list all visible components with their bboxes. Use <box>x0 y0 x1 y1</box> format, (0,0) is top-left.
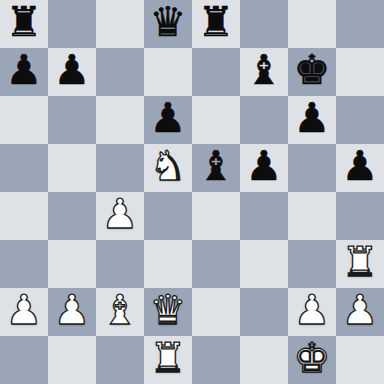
square-c5[interactable] <box>96 144 144 192</box>
square-c8[interactable] <box>96 0 144 48</box>
square-e1[interactable] <box>192 336 240 384</box>
piece-white-pawn[interactable]: ♟ <box>288 286 336 334</box>
piece-black-pawn[interactable]: ♟ <box>144 94 192 142</box>
square-e6[interactable] <box>192 96 240 144</box>
square-c7[interactable] <box>96 48 144 96</box>
square-b4[interactable] <box>48 192 96 240</box>
piece-white-rook[interactable]: ♜ <box>144 334 192 382</box>
square-a2[interactable]: ♟ <box>0 288 48 336</box>
square-b1[interactable] <box>48 336 96 384</box>
piece-black-rook[interactable]: ♜ <box>192 0 240 46</box>
square-c1[interactable] <box>96 336 144 384</box>
piece-white-pawn[interactable]: ♟ <box>48 286 96 334</box>
piece-white-pawn[interactable]: ♟ <box>336 286 384 334</box>
square-h3[interactable]: ♜ <box>336 240 384 288</box>
square-a8[interactable]: ♜ <box>0 0 48 48</box>
square-g7[interactable]: ♚ <box>288 48 336 96</box>
piece-white-bishop[interactable]: ♝ <box>96 286 144 334</box>
square-e5[interactable]: ♝ <box>192 144 240 192</box>
square-e3[interactable] <box>192 240 240 288</box>
square-f7[interactable]: ♝ <box>240 48 288 96</box>
square-d4[interactable] <box>144 192 192 240</box>
square-h5[interactable]: ♟ <box>336 144 384 192</box>
piece-white-king[interactable]: ♚ <box>288 334 336 382</box>
square-g2[interactable]: ♟ <box>288 288 336 336</box>
piece-black-king[interactable]: ♚ <box>288 46 336 94</box>
square-e8[interactable]: ♜ <box>192 0 240 48</box>
square-d1[interactable]: ♜ <box>144 336 192 384</box>
square-b8[interactable] <box>48 0 96 48</box>
square-b3[interactable] <box>48 240 96 288</box>
square-g4[interactable] <box>288 192 336 240</box>
piece-black-pawn[interactable]: ♟ <box>0 46 48 94</box>
square-a4[interactable] <box>0 192 48 240</box>
square-b6[interactable] <box>48 96 96 144</box>
square-c4[interactable]: ♟ <box>96 192 144 240</box>
square-d3[interactable] <box>144 240 192 288</box>
piece-white-knight[interactable]: ♞ <box>144 142 192 190</box>
piece-black-queen[interactable]: ♛ <box>144 0 192 46</box>
square-f6[interactable] <box>240 96 288 144</box>
square-a6[interactable] <box>0 96 48 144</box>
square-e4[interactable] <box>192 192 240 240</box>
piece-white-pawn[interactable]: ♟ <box>0 286 48 334</box>
square-e7[interactable] <box>192 48 240 96</box>
chess-board-container: ♜♛♜♟♟♝♚♟♟♞♝♟♟♟♜♟♟♝♛♟♟♜♚ <box>0 0 384 384</box>
square-h7[interactable] <box>336 48 384 96</box>
square-h1[interactable] <box>336 336 384 384</box>
square-f8[interactable] <box>240 0 288 48</box>
square-a7[interactable]: ♟ <box>0 48 48 96</box>
square-a3[interactable] <box>0 240 48 288</box>
chess-board: ♜♛♜♟♟♝♚♟♟♞♝♟♟♟♜♟♟♝♛♟♟♜♚ <box>0 0 384 384</box>
square-f5[interactable]: ♟ <box>240 144 288 192</box>
square-b5[interactable] <box>48 144 96 192</box>
square-d6[interactable]: ♟ <box>144 96 192 144</box>
square-b2[interactable]: ♟ <box>48 288 96 336</box>
square-c3[interactable] <box>96 240 144 288</box>
square-g3[interactable] <box>288 240 336 288</box>
piece-white-pawn[interactable]: ♟ <box>96 190 144 238</box>
square-g6[interactable]: ♟ <box>288 96 336 144</box>
square-f2[interactable] <box>240 288 288 336</box>
square-b7[interactable]: ♟ <box>48 48 96 96</box>
square-f1[interactable] <box>240 336 288 384</box>
square-h6[interactable] <box>336 96 384 144</box>
piece-black-pawn[interactable]: ♟ <box>240 142 288 190</box>
piece-black-rook[interactable]: ♜ <box>0 0 48 46</box>
square-g5[interactable] <box>288 144 336 192</box>
square-f3[interactable] <box>240 240 288 288</box>
square-a1[interactable] <box>0 336 48 384</box>
piece-black-bishop[interactable]: ♝ <box>192 142 240 190</box>
square-a5[interactable] <box>0 144 48 192</box>
square-c2[interactable]: ♝ <box>96 288 144 336</box>
piece-white-queen[interactable]: ♛ <box>144 286 192 334</box>
square-h2[interactable]: ♟ <box>336 288 384 336</box>
square-g1[interactable]: ♚ <box>288 336 336 384</box>
square-h8[interactable] <box>336 0 384 48</box>
square-d8[interactable]: ♛ <box>144 0 192 48</box>
piece-black-bishop[interactable]: ♝ <box>240 46 288 94</box>
square-e2[interactable] <box>192 288 240 336</box>
piece-white-rook[interactable]: ♜ <box>336 238 384 286</box>
square-g8[interactable] <box>288 0 336 48</box>
square-f4[interactable] <box>240 192 288 240</box>
square-d5[interactable]: ♞ <box>144 144 192 192</box>
piece-black-pawn[interactable]: ♟ <box>336 142 384 190</box>
piece-black-pawn[interactable]: ♟ <box>288 94 336 142</box>
square-d2[interactable]: ♛ <box>144 288 192 336</box>
square-h4[interactable] <box>336 192 384 240</box>
piece-black-pawn[interactable]: ♟ <box>48 46 96 94</box>
square-c6[interactable] <box>96 96 144 144</box>
square-d7[interactable] <box>144 48 192 96</box>
